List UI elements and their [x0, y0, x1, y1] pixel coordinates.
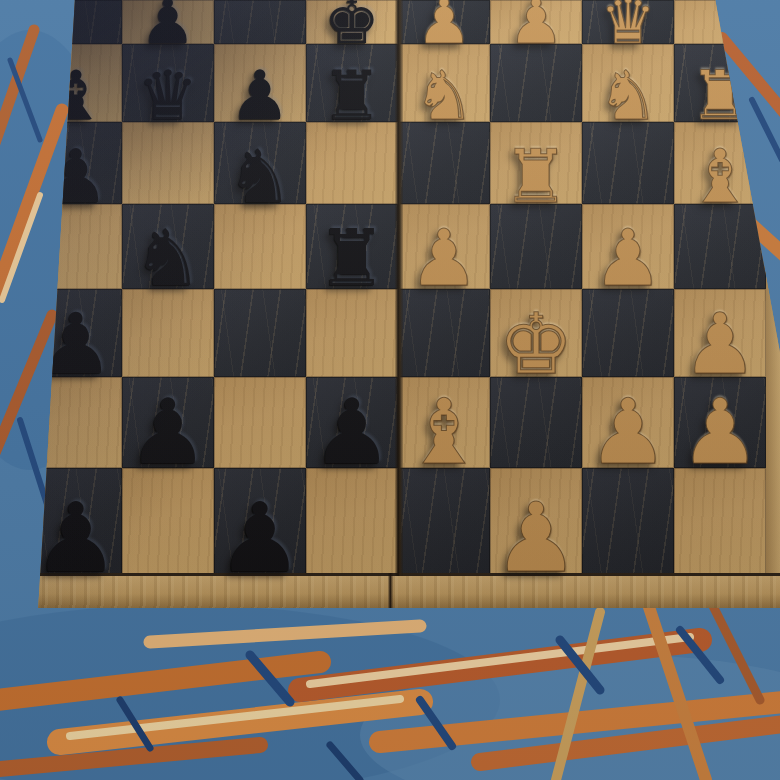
- square-b2: ♛: [582, 0, 674, 44]
- fold-notch: [388, 573, 393, 608]
- square-h2: [582, 468, 674, 576]
- white-pawn-g1: ♟: [680, 391, 761, 474]
- black-pawn-b7: ♟: [140, 0, 196, 50]
- white-pawn-b3: ♟: [508, 0, 564, 50]
- square-d3: ♜: [490, 122, 582, 204]
- square-b5: ♚: [306, 0, 398, 44]
- square-d4: [398, 122, 490, 204]
- board-fold-seam: [395, 0, 403, 576]
- white-pawn-f1: ♟: [682, 306, 757, 383]
- white-king-f3: ♚: [498, 306, 573, 383]
- photo-scene: ♟♚♟♟♛♝♛♟♜♞♞♜♟♞♜♝♞♜♟♟♟♚♟♟♟♝♟♟♟♟♟: [0, 0, 780, 780]
- black-pawn-h6: ♟: [217, 494, 303, 582]
- square-g1: ♟: [674, 377, 766, 468]
- square-d6: ♞: [214, 122, 306, 204]
- square-f6: [214, 289, 306, 377]
- square-g4: ♝: [398, 377, 490, 468]
- black-knight-e7: ♞: [133, 223, 203, 295]
- square-f5: [306, 289, 398, 377]
- black-knight-d6: ♞: [227, 142, 293, 210]
- white-queen-b2: ♛: [600, 0, 656, 50]
- square-f1: ♟: [674, 289, 766, 377]
- square-g2: ♟: [582, 377, 674, 468]
- black-pawn-h8: ♟: [33, 494, 119, 582]
- square-d5: [306, 122, 398, 204]
- white-pawn-g2: ♟: [588, 391, 669, 474]
- square-h3: ♟: [490, 468, 582, 576]
- square-e7: ♞: [122, 204, 214, 289]
- square-c7: ♛: [122, 44, 214, 122]
- white-pawn-e2: ♟: [593, 223, 663, 295]
- square-d7: [122, 122, 214, 204]
- black-pawn-g5: ♟: [312, 391, 393, 474]
- white-rook-d3: ♜: [503, 142, 569, 210]
- square-e2: ♟: [582, 204, 674, 289]
- square-b4: ♟: [398, 0, 490, 44]
- square-f7: [122, 289, 214, 377]
- square-c5: ♜: [306, 44, 398, 122]
- square-f3: ♚: [490, 289, 582, 377]
- square-b6: [214, 0, 306, 44]
- white-bishop-g4: ♝: [404, 391, 485, 474]
- square-e5: ♜: [306, 204, 398, 289]
- black-king-b5: ♚: [324, 0, 380, 50]
- chess-board: ♟♚♟♟♛♝♛♟♜♞♞♜♟♞♜♝♞♜♟♟♟♚♟♟♟♝♟♟♟♟♟: [0, 0, 780, 608]
- square-c6: ♟: [214, 44, 306, 122]
- white-knight-c2: ♞: [598, 65, 659, 128]
- white-knight-c4: ♞: [414, 65, 475, 128]
- square-e3: [490, 204, 582, 289]
- square-h1: [674, 468, 766, 576]
- square-f4: [398, 289, 490, 377]
- white-pawn-b4: ♟: [416, 0, 472, 50]
- black-pawn-c6: ♟: [230, 65, 291, 128]
- square-g6: [214, 377, 306, 468]
- square-g5: ♟: [306, 377, 398, 468]
- square-f2: [582, 289, 674, 377]
- black-rook-c5: ♜: [322, 65, 383, 128]
- black-rook-e5: ♜: [317, 223, 387, 295]
- square-h7: [122, 468, 214, 576]
- square-h5: [306, 468, 398, 576]
- square-e6: [214, 204, 306, 289]
- square-b3: ♟: [490, 0, 582, 44]
- square-e1: [674, 204, 766, 289]
- square-c3: [490, 44, 582, 122]
- square-g3: [490, 377, 582, 468]
- black-pawn-g7: ♟: [128, 391, 209, 474]
- black-queen-c7: ♛: [138, 65, 199, 128]
- square-e4: ♟: [398, 204, 490, 289]
- board-frame-bottom: [0, 573, 780, 608]
- square-c4: ♞: [398, 44, 490, 122]
- square-h4: [398, 468, 490, 576]
- square-c2: ♞: [582, 44, 674, 122]
- square-h6: ♟: [214, 468, 306, 576]
- square-d2: [582, 122, 674, 204]
- white-pawn-h3: ♟: [493, 494, 579, 582]
- square-b7: ♟: [122, 0, 214, 44]
- white-pawn-e4: ♟: [409, 223, 479, 295]
- square-g7: ♟: [122, 377, 214, 468]
